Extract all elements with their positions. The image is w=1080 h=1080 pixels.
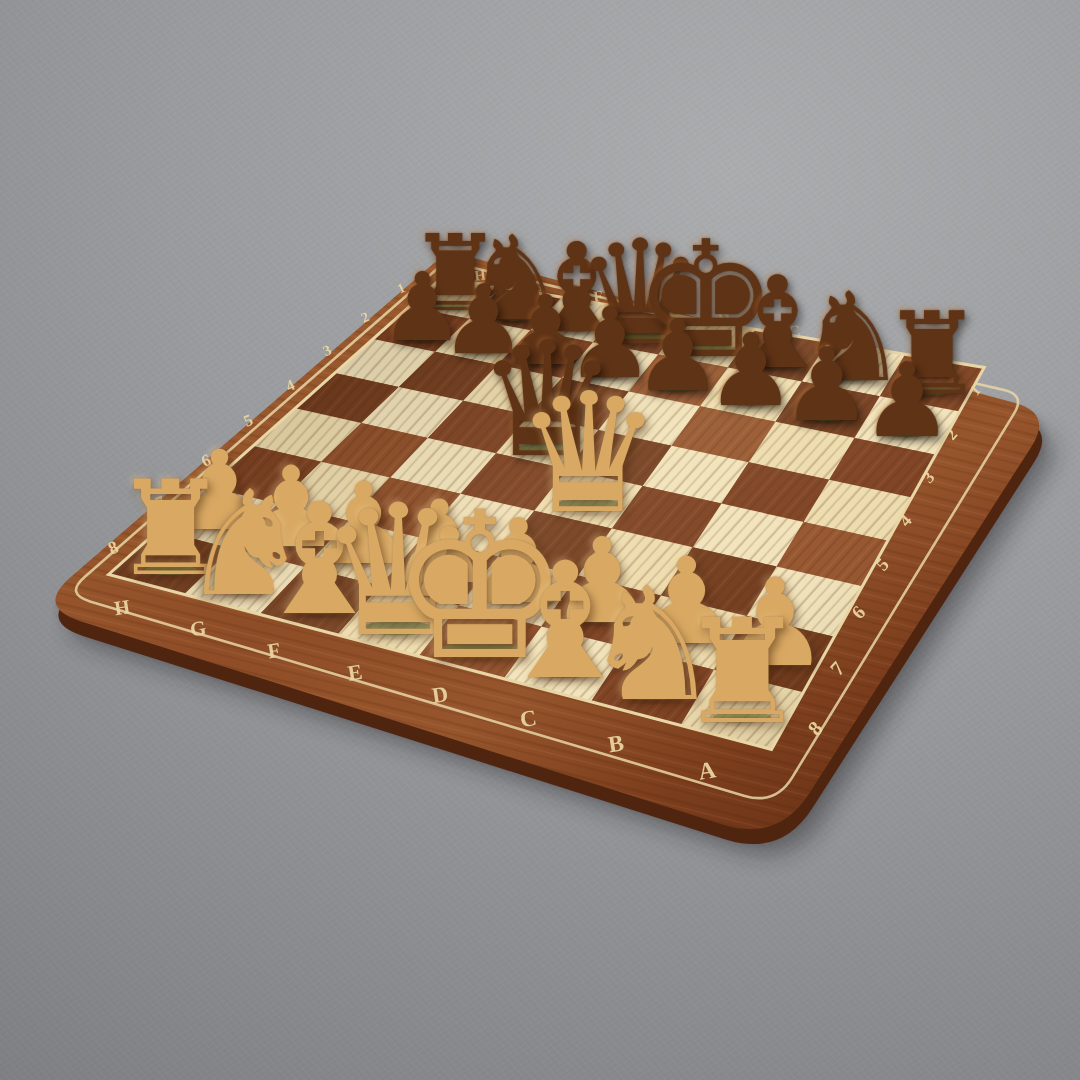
- file-label-far-e: E: [654, 297, 667, 315]
- file-label-far-f: F: [592, 287, 603, 305]
- file-label-far-b: B: [861, 334, 875, 355]
- file-label-far-a: A: [939, 347, 954, 368]
- file-label-far-d: D: [717, 308, 731, 328]
- file-label-far-g: G: [531, 278, 545, 295]
- chess-board: HGFEDCBAHGFEDCBA1234567812345678: [0, 0, 1080, 1080]
- rank-label-left-3: 3: [320, 342, 333, 360]
- file-label-near-g: G: [188, 616, 207, 640]
- photo-background: HGFEDCBAHGFEDCBA1234567812345678 ♜♞♝♟♛♟♚…: [0, 0, 1080, 1080]
- file-label-far-c: C: [787, 321, 802, 341]
- rank-label-left-2: 2: [359, 308, 372, 326]
